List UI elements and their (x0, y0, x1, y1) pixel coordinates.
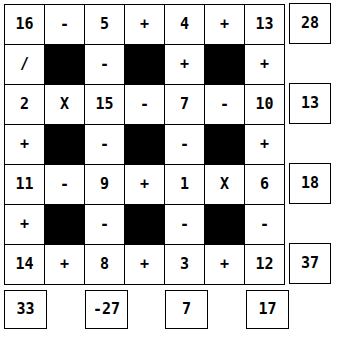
operator-cell-r2c3: - (85, 45, 125, 85)
operator-cell-r4c7: + (245, 125, 285, 165)
operator-cell-r5c4: + (125, 165, 165, 205)
blocked-cell-r6c2 (45, 205, 85, 245)
operator-cell-r3c4: - (125, 85, 165, 125)
blocked-cell-r6c4 (125, 205, 165, 245)
blocked-cell-r2c6 (205, 45, 245, 85)
operator-cell-r5c6: X (205, 165, 245, 205)
number-cell-r1c5: 4 (165, 5, 205, 45)
blocked-cell-r2c2 (45, 45, 85, 85)
operator-cell-r6c5: - (165, 205, 205, 245)
number-cell-r5c3: 9 (85, 165, 125, 205)
number-cell-r3c3: 15 (85, 85, 125, 125)
operator-cell-r1c4: + (125, 5, 165, 45)
blocked-cell-r6c6 (205, 205, 245, 245)
row-total-2: 13 (289, 83, 331, 124)
blocked-cell-r4c4 (125, 125, 165, 165)
puzzle-grid: 16-5+4+13/-++2X15-7-10+--+11-9+1X6+---14… (4, 4, 285, 285)
operator-cell-r4c5: - (165, 125, 205, 165)
number-cell-r5c7: 6 (245, 165, 285, 205)
operator-cell-r6c1: + (5, 205, 45, 245)
operator-cell-r7c2: + (45, 245, 85, 285)
number-cell-r5c5: 1 (165, 165, 205, 205)
crossmath-board: 16-5+4+13/-++2X15-7-10+--+11-9+1X6+---14… (0, 0, 340, 340)
number-cell-r5c1: 11 (5, 165, 45, 205)
number-cell-r7c7: 12 (245, 245, 285, 285)
number-cell-r1c3: 5 (85, 5, 125, 45)
operator-cell-r1c2: - (45, 5, 85, 45)
blocked-cell-r2c4 (125, 45, 165, 85)
col-total-4: 17 (246, 290, 289, 329)
number-cell-r1c7: 13 (245, 5, 285, 45)
operator-cell-r6c3: - (85, 205, 125, 245)
col-total-1: 33 (4, 290, 47, 329)
operator-cell-r6c7: - (245, 205, 285, 245)
operator-cell-r2c5: + (165, 45, 205, 85)
number-cell-r3c1: 2 (5, 85, 45, 125)
operator-cell-r1c6: + (205, 5, 245, 45)
row-total-1: 28 (289, 3, 331, 44)
col-total-2: -27 (85, 290, 128, 329)
operator-cell-r7c6: + (205, 245, 245, 285)
number-cell-r1c1: 16 (5, 5, 45, 45)
operator-cell-r7c4: + (125, 245, 165, 285)
col-total-3: 7 (165, 290, 208, 329)
number-cell-r7c3: 8 (85, 245, 125, 285)
row-total-3: 18 (289, 163, 331, 204)
number-cell-r7c1: 14 (5, 245, 45, 285)
number-cell-r3c7: 10 (245, 85, 285, 125)
operator-cell-r3c2: X (45, 85, 85, 125)
operator-cell-r2c7: + (245, 45, 285, 85)
operator-cell-r3c6: - (205, 85, 245, 125)
blocked-cell-r4c2 (45, 125, 85, 165)
operator-cell-r2c1: / (5, 45, 45, 85)
operator-cell-r5c2: - (45, 165, 85, 205)
row-total-4: 37 (289, 243, 331, 284)
number-cell-r7c5: 3 (165, 245, 205, 285)
blocked-cell-r4c6 (205, 125, 245, 165)
operator-cell-r4c1: + (5, 125, 45, 165)
number-cell-r3c5: 7 (165, 85, 205, 125)
operator-cell-r4c3: - (85, 125, 125, 165)
